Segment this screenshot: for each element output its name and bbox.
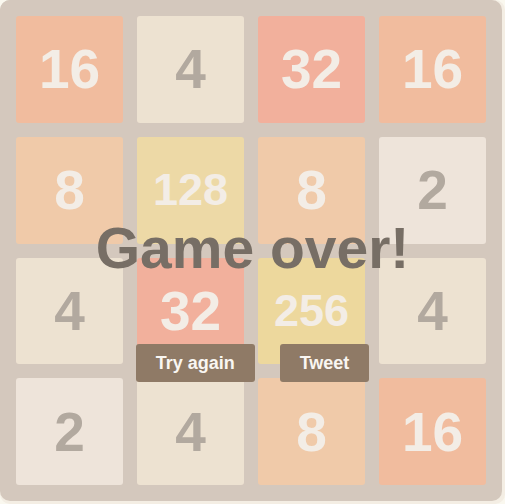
try-again-button[interactable]: Try again [136,344,255,382]
overlay-actions: Try again Tweet [0,344,505,382]
game-over-overlay: Game over! Try again Tweet [0,0,505,504]
tweet-button[interactable]: Tweet [280,344,370,382]
game-over-title: Game over! [0,218,505,278]
